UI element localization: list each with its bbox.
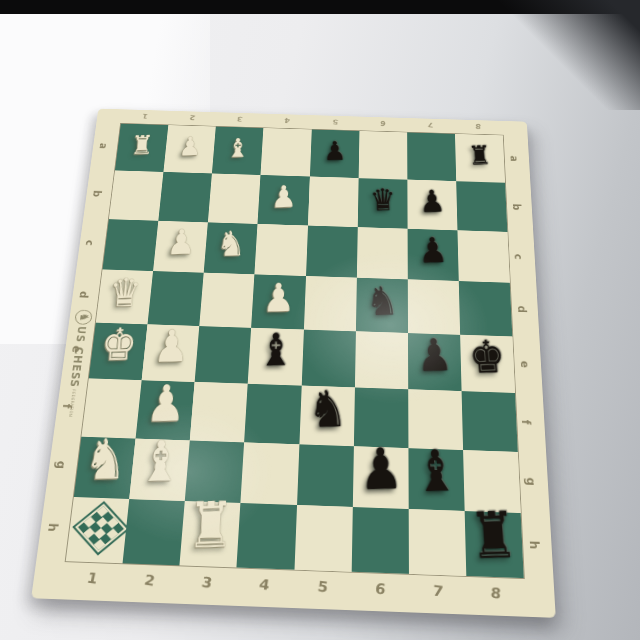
rank-label-bottom-6: 6 <box>374 580 386 599</box>
square-f8[interactable] <box>461 391 517 452</box>
square-b2[interactable] <box>158 172 212 222</box>
square-h1[interactable] <box>66 497 130 563</box>
white-queen-d1[interactable]: ♛ <box>108 273 143 313</box>
square-g4[interactable] <box>241 442 299 505</box>
black-knight-f5[interactable]: ♞ <box>308 384 348 435</box>
chess-board: ♜♟♝♟♜♟♛♟♟♞♟♛♟♞♚♟♝♟♚♟♞♞♝♟♝♜♜ <box>66 124 524 578</box>
square-b3[interactable] <box>208 173 261 223</box>
square-b7[interactable]: ♟ <box>407 179 457 230</box>
coordinate-labels: aabbccddeeffgghh1122334455667788 <box>98 109 526 122</box>
square-a3[interactable]: ♝ <box>212 127 264 175</box>
square-a5[interactable]: ♟ <box>310 129 360 177</box>
square-h8[interactable]: ♜ <box>465 511 524 578</box>
us-chess-brand-text: US CHESS <box>67 326 89 388</box>
square-g3[interactable] <box>185 440 244 503</box>
file-label-f: f <box>60 403 74 408</box>
square-b5[interactable] <box>308 176 359 226</box>
white-bishop-g2[interactable]: ♝ <box>138 434 184 491</box>
square-d6[interactable]: ♞ <box>356 278 408 333</box>
square-d2[interactable] <box>148 271 204 326</box>
square-d7[interactable] <box>408 280 460 335</box>
square-f1[interactable] <box>81 378 141 438</box>
white-pawn-e2[interactable]: ♟ <box>153 325 190 370</box>
square-h3[interactable]: ♜ <box>180 501 241 567</box>
square-a1[interactable]: ♜ <box>115 124 168 172</box>
square-f3[interactable] <box>190 382 248 442</box>
white-pawn-c2[interactable]: ♟ <box>166 226 196 261</box>
black-king-e8[interactable]: ♚ <box>468 336 507 382</box>
file-label-d: d <box>515 306 529 314</box>
file-label-d: d <box>77 291 91 299</box>
white-bishop-a3[interactable]: ♝ <box>227 136 250 162</box>
us-chess-knight-icon: ♞ <box>74 310 93 325</box>
square-c6[interactable] <box>357 227 408 280</box>
black-pawn-a5[interactable]: ♟ <box>323 138 346 164</box>
square-e1[interactable]: ♚ <box>89 323 148 380</box>
square-c1[interactable] <box>102 219 158 271</box>
square-h7[interactable] <box>408 509 466 576</box>
file-label-h: h <box>45 523 61 532</box>
square-e5[interactable] <box>301 330 355 388</box>
square-g6[interactable]: ♟ <box>352 446 408 509</box>
square-g2[interactable]: ♝ <box>129 438 190 501</box>
square-h5[interactable] <box>294 505 352 571</box>
square-f4[interactable] <box>244 384 301 444</box>
square-b1[interactable] <box>109 170 164 220</box>
rank-label-top-6: 6 <box>379 120 386 128</box>
square-e3[interactable] <box>195 326 252 383</box>
square-g1[interactable]: ♞ <box>74 436 136 499</box>
square-b6[interactable]: ♛ <box>357 178 407 229</box>
square-a8[interactable]: ♜ <box>455 134 505 183</box>
rank-label-bottom-2: 2 <box>143 571 157 589</box>
rank-label-top-3: 3 <box>237 115 244 123</box>
file-label-c: c <box>83 240 97 246</box>
white-rook-h3[interactable]: ♜ <box>187 493 236 557</box>
square-g7[interactable]: ♝ <box>408 448 464 512</box>
rank-label-bottom-5: 5 <box>316 578 329 597</box>
file-label-a: a <box>508 156 521 162</box>
white-pawn-b4[interactable]: ♟ <box>271 182 297 212</box>
square-f2[interactable]: ♟ <box>136 380 195 440</box>
white-pawn-f2[interactable]: ♟ <box>145 378 186 429</box>
white-rook-a1[interactable]: ♜ <box>130 133 154 159</box>
photo-scene: ♜♟♝♟♜♟♛♟♟♞♟♛♟♞♚♟♝♟♚♟♞♞♝♟♝♜♜ ♞ US CHESS F… <box>0 0 640 640</box>
black-knight-d6[interactable]: ♞ <box>365 281 398 321</box>
square-h6[interactable] <box>351 507 408 574</box>
file-label-e: e <box>69 345 83 352</box>
white-pawn-d4[interactable]: ♟ <box>263 278 295 318</box>
square-e4[interactable]: ♝ <box>248 328 303 386</box>
square-f7[interactable] <box>408 389 463 450</box>
file-label-b: b <box>91 190 105 197</box>
black-rook-a8[interactable]: ♜ <box>467 143 492 169</box>
square-a4[interactable] <box>261 128 312 176</box>
file-label-b: b <box>510 203 523 210</box>
square-h2[interactable] <box>123 499 185 565</box>
chess-board-sheet: ♜♟♝♟♜♟♛♟♟♞♟♛♟♞♚♟♝♟♚♟♞♞♝♟♝♜♜ ♞ US CHESS F… <box>31 109 556 618</box>
square-e8[interactable]: ♚ <box>460 335 515 393</box>
black-bishop-g7[interactable]: ♝ <box>413 443 459 501</box>
black-queen-b6[interactable]: ♛ <box>369 185 396 216</box>
white-knight-g1[interactable]: ♞ <box>82 432 129 489</box>
square-h4[interactable] <box>237 503 297 569</box>
file-label-g: g <box>54 461 69 470</box>
file-label-e: e <box>518 361 532 369</box>
us-chess-checkered-diamond-logo <box>77 506 123 550</box>
black-bishop-e4[interactable]: ♝ <box>258 329 294 374</box>
square-f5[interactable]: ♞ <box>299 385 355 445</box>
square-c4[interactable] <box>255 224 308 277</box>
file-label-a: a <box>97 143 110 149</box>
square-a7[interactable] <box>407 132 456 181</box>
square-e2[interactable]: ♟ <box>142 324 200 381</box>
rank-label-bottom-1: 1 <box>86 569 100 587</box>
square-b4[interactable]: ♟ <box>258 175 310 225</box>
square-d1[interactable]: ♛ <box>96 270 153 325</box>
square-a2[interactable]: ♟ <box>164 125 216 173</box>
rank-label-top-7: 7 <box>427 121 433 129</box>
square-d4[interactable]: ♟ <box>251 275 305 330</box>
file-label-h: h <box>527 541 542 550</box>
black-pawn-g6[interactable]: ♟ <box>358 441 403 499</box>
rank-label-bottom-3: 3 <box>201 573 214 591</box>
black-rook-h8[interactable]: ♜ <box>468 504 520 569</box>
square-c7[interactable]: ♟ <box>407 228 458 281</box>
file-label-g: g <box>524 478 539 487</box>
white-pawn-a2[interactable]: ♟ <box>178 134 201 160</box>
rank-label-bottom-4: 4 <box>258 576 271 594</box>
black-pawn-e7[interactable]: ♟ <box>415 334 453 380</box>
square-c2[interactable]: ♟ <box>153 220 208 272</box>
square-c3[interactable]: ♞ <box>204 222 258 275</box>
square-e7[interactable]: ♟ <box>408 333 462 391</box>
square-g5[interactable] <box>297 444 354 507</box>
square-c8[interactable] <box>457 230 509 283</box>
black-pawn-b7[interactable]: ♟ <box>418 187 445 218</box>
square-c5[interactable] <box>306 225 358 278</box>
background-corner-shadow <box>490 0 640 110</box>
rank-label-top-5: 5 <box>332 118 339 126</box>
white-knight-c3[interactable]: ♞ <box>217 227 246 262</box>
square-d8[interactable] <box>459 281 513 336</box>
square-f6[interactable] <box>354 387 409 447</box>
square-e6[interactable] <box>355 331 408 389</box>
square-a6[interactable] <box>358 131 407 179</box>
square-d3[interactable] <box>199 273 254 328</box>
file-label-c: c <box>512 254 525 260</box>
rank-label-top-4: 4 <box>284 117 291 125</box>
square-d5[interactable] <box>303 276 356 331</box>
square-b8[interactable] <box>456 181 507 232</box>
rank-label-bottom-8: 8 <box>490 584 502 603</box>
file-label-f: f <box>519 419 533 424</box>
rank-label-top-2: 2 <box>189 114 196 122</box>
black-pawn-c7[interactable]: ♟ <box>417 234 448 269</box>
rank-label-bottom-7: 7 <box>432 582 444 601</box>
white-king-e1[interactable]: ♚ <box>100 323 138 368</box>
square-g8[interactable] <box>463 450 521 514</box>
rank-label-top-1: 1 <box>142 112 149 120</box>
rank-label-top-8: 8 <box>475 123 481 131</box>
